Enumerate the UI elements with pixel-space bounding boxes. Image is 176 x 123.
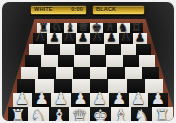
rank-1: ♜♞♝♛♚♝♞♜ (8, 107, 173, 121)
square-f4[interactable] (107, 67, 124, 80)
white-clock-time: 0:00 (71, 7, 83, 13)
square-b4[interactable] (38, 67, 55, 80)
square-d4[interactable] (73, 67, 90, 80)
piece-wr-a1[interactable]: ♜ (10, 108, 26, 122)
piece-wr-h1[interactable]: ♜ (154, 108, 170, 122)
piece-wn-b1[interactable]: ♞ (31, 108, 47, 122)
rank-6 (29, 44, 151, 55)
square-h7[interactable]: ♟ (133, 33, 147, 44)
square-c5[interactable] (58, 55, 74, 67)
piece-bp-f7[interactable]: ♟ (106, 32, 116, 44)
game-window: WHITE 0:00 BLACK ♜♞♝♛♚♝♞♜♟♟♟♟♟♟♟♟♟♟♟♟♟♟♟… (0, 0, 176, 123)
square-b1[interactable]: ♞ (28, 107, 49, 121)
rank-4 (21, 67, 159, 80)
square-g7[interactable]: ♟ (119, 33, 133, 44)
square-f6[interactable] (105, 44, 120, 55)
square-b5[interactable] (41, 55, 57, 67)
piece-wn-g1[interactable]: ♞ (134, 108, 150, 122)
square-c1[interactable]: ♝ (49, 107, 70, 121)
square-h4[interactable] (142, 67, 159, 80)
piece-bp-g7[interactable]: ♟ (120, 32, 130, 44)
game-screen: WHITE 0:00 BLACK ♜♞♝♛♚♝♞♜♟♟♟♟♟♟♟♟♟♟♟♟♟♟♟… (2, 2, 174, 121)
square-h1[interactable]: ♜ (152, 107, 173, 121)
square-a7[interactable]: ♟ (33, 33, 47, 44)
square-d6[interactable] (75, 44, 90, 55)
piece-bp-e7[interactable]: ♟ (92, 32, 102, 44)
black-clock-button[interactable]: BLACK (92, 5, 145, 15)
square-c4[interactable] (56, 67, 73, 80)
piece-bp-b7[interactable]: ♟ (49, 32, 59, 44)
piece-bp-c7[interactable]: ♟ (63, 32, 73, 44)
square-e1[interactable]: ♚ (90, 107, 111, 121)
square-d1[interactable]: ♛ (69, 107, 90, 121)
square-g5[interactable] (123, 55, 139, 67)
square-a6[interactable] (29, 44, 44, 55)
square-a5[interactable] (25, 55, 41, 67)
black-player-label: BLACK (96, 7, 116, 13)
square-c7[interactable]: ♟ (62, 33, 76, 44)
piece-wb-c1[interactable]: ♝ (51, 108, 67, 122)
piece-bp-a7[interactable]: ♟ (35, 32, 45, 44)
square-h5[interactable] (139, 55, 155, 67)
piece-bp-d7[interactable]: ♟ (78, 32, 88, 44)
square-f5[interactable] (106, 55, 122, 67)
square-g6[interactable] (121, 44, 136, 55)
white-player-label: WHITE (34, 7, 53, 13)
square-e4[interactable] (90, 67, 107, 80)
chess-board[interactable]: ♜♞♝♛♚♝♞♜♟♟♟♟♟♟♟♟♟♟♟♟♟♟♟♟♜♞♝♛♚♝♞♜ (2, 23, 174, 121)
piece-wq-d1[interactable]: ♛ (72, 108, 88, 122)
square-c6[interactable] (60, 44, 75, 55)
square-b7[interactable]: ♟ (47, 33, 61, 44)
piece-bp-h7[interactable]: ♟ (135, 32, 145, 44)
square-a4[interactable] (21, 67, 38, 80)
square-f7[interactable]: ♟ (104, 33, 118, 44)
white-clock-button[interactable]: WHITE 0:00 (30, 5, 87, 15)
square-a1[interactable]: ♜ (8, 107, 29, 121)
square-e7[interactable]: ♟ (90, 33, 104, 44)
square-e5[interactable] (90, 55, 106, 67)
square-e6[interactable] (90, 44, 105, 55)
piece-wk-e1[interactable]: ♚ (92, 108, 108, 122)
square-d5[interactable] (74, 55, 90, 67)
rank-7: ♟♟♟♟♟♟♟♟ (33, 33, 147, 44)
piece-wb-f1[interactable]: ♝ (113, 108, 129, 122)
square-h6[interactable] (136, 44, 151, 55)
square-d7[interactable]: ♟ (76, 33, 90, 44)
square-g4[interactable] (125, 67, 142, 80)
square-g1[interactable]: ♞ (131, 107, 152, 121)
rank-5 (25, 55, 155, 67)
square-b6[interactable] (44, 44, 59, 55)
square-f1[interactable]: ♝ (111, 107, 132, 121)
